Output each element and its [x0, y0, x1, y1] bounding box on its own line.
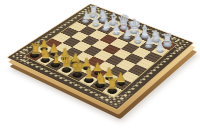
board-assembly: ♜♞♝♛♚♝♞♜♟♟♟♟♟♟♟♟♟♟♟♟♟♟♟♟♜♞♝♛♚♝♞♜ — [35, 0, 169, 117]
piece-silver-pawn: ♟ — [152, 33, 168, 51]
chess-set-photo: ♜♞♝♛♚♝♞♜♟♟♟♟♟♟♟♟♟♟♟♟♟♟♟♟♜♞♝♛♚♝♞♜ — [0, 0, 200, 134]
chess-board: ♜♞♝♛♚♝♞♜♟♟♟♟♟♟♟♟♟♟♟♟♟♟♟♟♜♞♝♛♚♝♞♜ — [6, 4, 194, 111]
piece-gold-rook: ♜ — [103, 71, 121, 91]
